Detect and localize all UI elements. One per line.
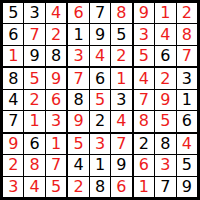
cell-r5c8-solved[interactable]: 9 [155,90,175,110]
cell-r8c7-solved[interactable]: 6 [134,155,154,175]
cell-r4c3-solved[interactable]: 9 [46,68,66,88]
cell-r1c9-solved[interactable]: 2 [177,3,197,23]
cell-r5c4-given[interactable]: 8 [68,90,88,110]
cell-r9c8-given[interactable]: 7 [155,177,175,197]
cell-r6c3-solved[interactable]: 3 [46,111,66,131]
sudoku-box-6: 423791856 [134,68,197,131]
cell-r6c6-solved[interactable]: 4 [111,111,131,131]
cell-r9c5-given[interactable]: 8 [90,177,110,197]
cell-r2c5-given[interactable]: 9 [90,24,110,44]
cell-r5c7-solved[interactable]: 7 [134,90,154,110]
cell-r9c6-solved[interactable]: 6 [111,177,131,197]
sudoku-box-5: 761853924 [68,68,131,131]
cell-r9c9-given[interactable]: 9 [177,177,197,197]
cell-r6c2-solved[interactable]: 1 [24,111,44,131]
cell-r2c2-solved[interactable]: 7 [24,24,44,44]
cell-r3c1-solved[interactable]: 1 [3,46,23,66]
cell-r7c7-given[interactable]: 2 [134,134,154,154]
cell-r1c4-solved[interactable]: 6 [68,3,88,23]
cell-r1c7-solved[interactable]: 9 [134,3,154,23]
cell-r8c4-given[interactable]: 4 [68,155,88,175]
cell-r2c8-solved[interactable]: 4 [155,24,175,44]
cell-r2c1-given[interactable]: 6 [3,24,23,44]
cell-r7c6-solved[interactable]: 7 [111,134,131,154]
cell-r7c5-solved[interactable]: 3 [90,134,110,154]
cell-r2c9-solved[interactable]: 8 [177,24,197,44]
cell-r6c5-given[interactable]: 2 [90,111,110,131]
cell-r5c9-given[interactable]: 1 [177,90,197,110]
cell-r9c7-solved[interactable]: 1 [134,177,154,197]
cell-r2c4-given[interactable]: 1 [68,24,88,44]
cell-r1c8-solved[interactable]: 1 [155,3,175,23]
sudoku-board: 5346721986781953429123485678594267137618… [0,0,200,200]
cell-r7c2-given[interactable]: 6 [24,134,44,154]
sudoku-box-8: 537419286 [68,134,131,197]
cell-r4c2-solved[interactable]: 5 [24,68,44,88]
cell-r2c3-solved[interactable]: 2 [46,24,66,44]
cell-r5c5-solved[interactable]: 5 [90,90,110,110]
cell-r1c5-given[interactable]: 7 [90,3,110,23]
cell-r8c1-solved[interactable]: 2 [3,155,23,175]
cell-r1c2-given[interactable]: 3 [24,3,44,23]
cell-r3c7-solved[interactable]: 5 [134,46,154,66]
cell-r8c9-given[interactable]: 5 [177,155,197,175]
cell-r9c2-solved[interactable]: 4 [24,177,44,197]
cell-r2c6-given[interactable]: 5 [111,24,131,44]
cell-r6c8-solved[interactable]: 5 [155,111,175,131]
sudoku-box-3: 912348567 [134,3,197,66]
cell-r4c1-given[interactable]: 8 [3,68,23,88]
sudoku-box-1: 534672198 [3,3,66,66]
cell-r3c2-given[interactable]: 9 [24,46,44,66]
cell-r6c4-solved[interactable]: 9 [68,111,88,131]
cell-r1c3-solved[interactable]: 4 [46,3,66,23]
cell-r5c1-given[interactable]: 4 [3,90,23,110]
cell-r2c7-solved[interactable]: 3 [134,24,154,44]
cell-r7c3-solved[interactable]: 1 [46,134,66,154]
cell-r6c7-solved[interactable]: 8 [134,111,154,131]
cell-r1c1-given[interactable]: 5 [3,3,23,23]
sudoku-box-2: 678195342 [68,3,131,66]
cell-r5c2-solved[interactable]: 2 [24,90,44,110]
cell-r6c1-given[interactable]: 7 [3,111,23,131]
cell-r8c3-solved[interactable]: 7 [46,155,66,175]
cell-r7c1-solved[interactable]: 9 [3,134,23,154]
cell-r3c4-solved[interactable]: 3 [68,46,88,66]
cell-r9c4-solved[interactable]: 2 [68,177,88,197]
cell-r4c5-given[interactable]: 6 [90,68,110,88]
cell-r7c8-given[interactable]: 8 [155,134,175,154]
sudoku-box-4: 859426713 [3,68,66,131]
cell-r4c9-given[interactable]: 3 [177,68,197,88]
cell-r3c6-solved[interactable]: 2 [111,46,131,66]
cell-r7c9-solved[interactable]: 4 [177,134,197,154]
cell-r1c6-solved[interactable]: 8 [111,3,131,23]
cell-r3c8-given[interactable]: 6 [155,46,175,66]
cell-r4c7-solved[interactable]: 4 [134,68,154,88]
cell-r6c9-given[interactable]: 6 [177,111,197,131]
cell-r4c4-solved[interactable]: 7 [68,68,88,88]
cell-r8c8-solved[interactable]: 3 [155,155,175,175]
cell-r8c2-solved[interactable]: 8 [24,155,44,175]
cell-r9c1-solved[interactable]: 3 [3,177,23,197]
sudoku-box-9: 284635179 [134,134,197,197]
cell-r5c3-solved[interactable]: 6 [46,90,66,110]
cell-r7c4-solved[interactable]: 5 [68,134,88,154]
cell-r8c5-given[interactable]: 1 [90,155,110,175]
cell-r5c6-given[interactable]: 3 [111,90,131,110]
cell-r4c6-solved[interactable]: 1 [111,68,131,88]
cell-r3c5-solved[interactable]: 4 [90,46,110,66]
cell-r9c3-solved[interactable]: 5 [46,177,66,197]
cell-r3c9-solved[interactable]: 7 [177,46,197,66]
cell-r3c3-given[interactable]: 8 [46,46,66,66]
cell-r8c6-given[interactable]: 9 [111,155,131,175]
sudoku-box-7: 961287345 [3,134,66,197]
cell-r4c8-solved[interactable]: 2 [155,68,175,88]
